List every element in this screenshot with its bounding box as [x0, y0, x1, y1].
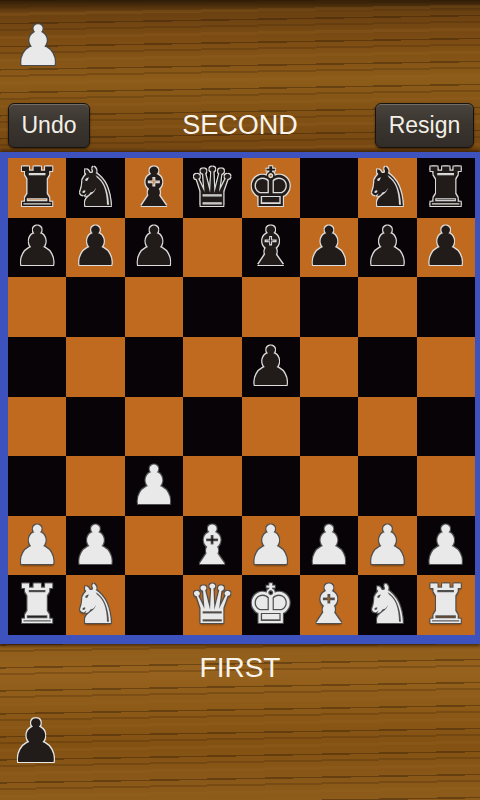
square-h8[interactable]: ♜ [417, 158, 475, 218]
square-f3[interactable] [300, 456, 358, 516]
black-rook: ♜ [422, 161, 470, 215]
white-pawn: ♟ [13, 519, 61, 573]
board-frame: ♜♞♝♛♚♞♜♟♟♟♝♟♟♟♟♟♟♟♝♟♟♟♟♜♞♛♚♝♞♜ [0, 152, 480, 644]
captured-white-pawn-icon: ♟ [13, 18, 63, 74]
square-f4[interactable] [300, 397, 358, 457]
black-pawn: ♟ [246, 340, 294, 394]
square-f5[interactable] [300, 337, 358, 397]
square-h6[interactable] [417, 277, 475, 337]
square-g4[interactable] [358, 397, 416, 457]
white-pawn: ♟ [246, 519, 294, 573]
square-h7[interactable]: ♟ [417, 218, 475, 278]
square-c4[interactable] [125, 397, 183, 457]
square-a3[interactable] [8, 456, 66, 516]
black-pawn: ♟ [71, 220, 119, 274]
resign-button[interactable]: Resign [375, 103, 474, 148]
white-king: ♚ [246, 578, 294, 632]
square-c5[interactable] [125, 337, 183, 397]
square-e4[interactable] [242, 397, 300, 457]
square-e2[interactable]: ♟ [242, 516, 300, 576]
square-f7[interactable]: ♟ [300, 218, 358, 278]
square-e7[interactable]: ♝ [242, 218, 300, 278]
square-g8[interactable]: ♞ [358, 158, 416, 218]
square-d2[interactable]: ♝ [183, 516, 241, 576]
square-d4[interactable] [183, 397, 241, 457]
square-c6[interactable] [125, 277, 183, 337]
square-d5[interactable] [183, 337, 241, 397]
square-a6[interactable] [8, 277, 66, 337]
black-king: ♚ [246, 161, 294, 215]
square-b1[interactable]: ♞ [66, 575, 124, 635]
square-d8[interactable]: ♛ [183, 158, 241, 218]
white-knight: ♞ [71, 578, 119, 632]
square-d6[interactable] [183, 277, 241, 337]
square-b3[interactable] [66, 456, 124, 516]
black-knight: ♞ [363, 161, 411, 215]
square-a8[interactable]: ♜ [8, 158, 66, 218]
black-bishop: ♝ [246, 220, 294, 274]
square-c8[interactable]: ♝ [125, 158, 183, 218]
square-f6[interactable] [300, 277, 358, 337]
square-d3[interactable] [183, 456, 241, 516]
white-pawn: ♟ [305, 519, 353, 573]
square-h4[interactable] [417, 397, 475, 457]
square-f1[interactable]: ♝ [300, 575, 358, 635]
square-a5[interactable] [8, 337, 66, 397]
square-c7[interactable]: ♟ [125, 218, 183, 278]
square-d7[interactable] [183, 218, 241, 278]
white-knight: ♞ [363, 578, 411, 632]
black-queen: ♛ [188, 161, 236, 215]
square-f2[interactable]: ♟ [300, 516, 358, 576]
square-g2[interactable]: ♟ [358, 516, 416, 576]
square-c3[interactable]: ♟ [125, 456, 183, 516]
square-f8[interactable] [300, 158, 358, 218]
captured-black-pawn-icon: ♟ [9, 712, 63, 772]
square-e6[interactable] [242, 277, 300, 337]
square-e8[interactable]: ♚ [242, 158, 300, 218]
square-g6[interactable] [358, 277, 416, 337]
black-rook: ♜ [13, 161, 61, 215]
square-e5[interactable]: ♟ [242, 337, 300, 397]
square-h5[interactable] [417, 337, 475, 397]
white-pawn: ♟ [363, 519, 411, 573]
square-b4[interactable] [66, 397, 124, 457]
white-queen: ♛ [188, 578, 236, 632]
square-c2[interactable] [125, 516, 183, 576]
square-b2[interactable]: ♟ [66, 516, 124, 576]
square-h2[interactable]: ♟ [417, 516, 475, 576]
square-g1[interactable]: ♞ [358, 575, 416, 635]
white-rook: ♜ [422, 578, 470, 632]
square-a7[interactable]: ♟ [8, 218, 66, 278]
black-pawn: ♟ [305, 220, 353, 274]
square-g3[interactable] [358, 456, 416, 516]
square-e1[interactable]: ♚ [242, 575, 300, 635]
square-a1[interactable]: ♜ [8, 575, 66, 635]
square-h1[interactable]: ♜ [417, 575, 475, 635]
black-knight: ♞ [71, 161, 119, 215]
square-b8[interactable]: ♞ [66, 158, 124, 218]
square-a2[interactable]: ♟ [8, 516, 66, 576]
square-g7[interactable]: ♟ [358, 218, 416, 278]
white-pawn: ♟ [130, 459, 178, 513]
player-label-first: FIRST [0, 648, 480, 688]
black-pawn: ♟ [363, 220, 411, 274]
square-c1[interactable] [125, 575, 183, 635]
square-e3[interactable] [242, 456, 300, 516]
square-d1[interactable]: ♛ [183, 575, 241, 635]
square-g5[interactable] [358, 337, 416, 397]
black-bishop: ♝ [130, 161, 178, 215]
white-rook: ♜ [13, 578, 61, 632]
square-h3[interactable] [417, 456, 475, 516]
black-pawn: ♟ [130, 220, 178, 274]
white-bishop: ♝ [188, 519, 236, 573]
white-pawn: ♟ [422, 519, 470, 573]
square-b6[interactable] [66, 277, 124, 337]
white-bishop: ♝ [305, 578, 353, 632]
black-pawn: ♟ [422, 220, 470, 274]
square-a4[interactable] [8, 397, 66, 457]
square-b5[interactable] [66, 337, 124, 397]
white-pawn: ♟ [71, 519, 119, 573]
black-pawn: ♟ [13, 220, 61, 274]
square-b7[interactable]: ♟ [66, 218, 124, 278]
chess-board: ♜♞♝♛♚♞♜♟♟♟♝♟♟♟♟♟♟♟♝♟♟♟♟♜♞♛♚♝♞♜ [8, 158, 475, 635]
